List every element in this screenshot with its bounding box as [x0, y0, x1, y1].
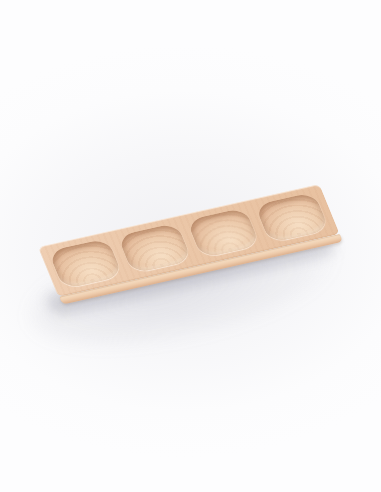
- pit-1[interactable]: [48, 238, 123, 289]
- product-photo-scene: [0, 0, 381, 492]
- pit-4[interactable]: [255, 192, 330, 243]
- pit-bowl-highlight: [57, 245, 114, 284]
- pit-3[interactable]: [186, 207, 261, 258]
- pit-bowl-highlight: [195, 214, 252, 253]
- pit-bowl-highlight: [264, 199, 321, 238]
- pit-bowl-highlight: [126, 230, 183, 269]
- pit-2[interactable]: [117, 223, 192, 274]
